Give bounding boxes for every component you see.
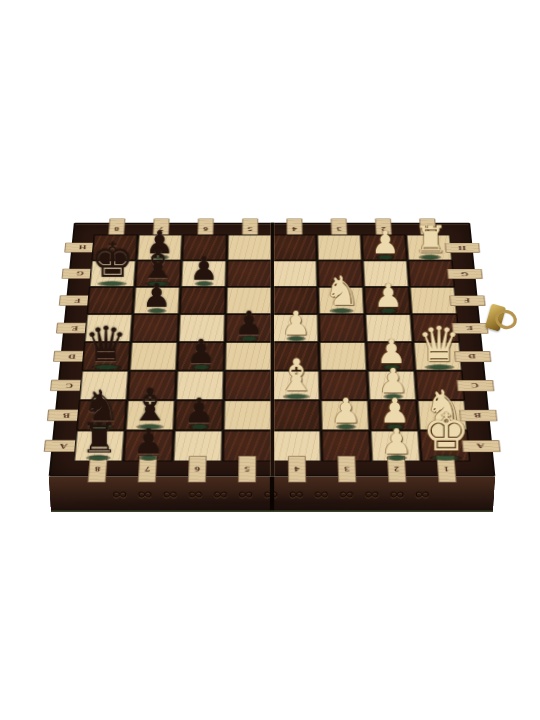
square-b4[interactable]: [272, 400, 321, 430]
square-e4[interactable]: ♟: [272, 314, 319, 342]
piece-white-bishop[interactable]: ♝: [276, 353, 316, 397]
bottom-rank-label-8: 8: [72, 462, 123, 477]
white-pawn-icon: ♟: [373, 279, 402, 312]
square-g6[interactable]: ♟: [180, 260, 226, 286]
left-file-label-A: A: [50, 430, 76, 461]
frame-corner: [471, 462, 496, 477]
left-file-label-G: G: [67, 260, 91, 286]
black-pawn-icon: ♟: [234, 307, 264, 340]
square-a7[interactable]: ♟: [123, 430, 174, 461]
piece-white-knight[interactable]: ♞: [323, 271, 359, 311]
product-photo-stage: 87654321H♟♟♜HG♚♝♟GF♟♞♟FE♟♟ED♛♟♟♛DC♝♟CB♞♝…: [0, 0, 540, 720]
square-a6[interactable]: [173, 430, 223, 461]
white-pawn-icon: ♟: [380, 424, 411, 459]
board-shadow: [70, 494, 470, 510]
bottom-rank-label-2: 2: [371, 462, 422, 477]
bottom-rank-label-7: 7: [122, 462, 173, 477]
piece-white-king[interactable]: ♚: [422, 406, 469, 459]
right-file-label-A: A: [468, 430, 494, 461]
piece-black-pawn[interactable]: ♟: [132, 424, 163, 459]
left-file-label-E: E: [62, 314, 86, 342]
right-file-label-D: D: [460, 342, 485, 371]
black-queen-icon: ♛: [84, 320, 128, 369]
square-f6[interactable]: [179, 287, 226, 314]
piece-white-pawn[interactable]: ♟: [281, 307, 311, 340]
square-c4[interactable]: ♝: [272, 371, 320, 400]
square-a5[interactable]: [222, 430, 272, 461]
board-scene: 87654321H♟♟♜HG♚♝♟GF♟♞♟FE♟♟ED♛♟♟♛DC♝♟CB♞♝…: [62, 132, 482, 552]
square-e7[interactable]: [131, 314, 179, 342]
top-rank-label-3: 3: [316, 223, 361, 235]
square-c5[interactable]: [224, 371, 272, 400]
piece-black-pawn[interactable]: ♟: [186, 335, 216, 368]
piece-black-pawn[interactable]: ♟: [142, 279, 171, 312]
piece-black-pawn[interactable]: ♟: [234, 307, 264, 340]
square-a4[interactable]: [272, 430, 322, 461]
frame-corner: [449, 223, 471, 235]
black-pawn-icon: ♟: [186, 335, 216, 368]
square-b5[interactable]: [223, 400, 272, 430]
square-b6[interactable]: ♟: [174, 400, 224, 430]
square-f7[interactable]: ♟: [133, 287, 181, 314]
white-pawn-icon: ♟: [330, 393, 361, 427]
square-a3[interactable]: [321, 430, 371, 461]
square-a2[interactable]: ♟: [370, 430, 421, 461]
square-e3[interactable]: [318, 314, 366, 342]
square-a8[interactable]: ♜: [73, 430, 125, 461]
piece-white-pawn[interactable]: ♟: [330, 393, 361, 427]
square-f3[interactable]: ♞: [318, 287, 365, 314]
white-king-icon: ♚: [422, 406, 469, 459]
piece-black-pawn[interactable]: ♟: [183, 393, 214, 427]
white-pawn-icon: ♟: [281, 307, 311, 340]
square-g4[interactable]: [272, 260, 318, 286]
clasp-latch-icon: [486, 301, 518, 337]
right-file-label-G: G: [453, 260, 477, 286]
square-g5[interactable]: [226, 260, 272, 286]
top-rank-label-4: 4: [272, 223, 317, 235]
square-d1[interactable]: ♛: [413, 342, 463, 371]
right-file-label-F: F: [455, 287, 479, 314]
top-rank-label-6: 6: [183, 223, 228, 235]
bottom-rank-label-3: 3: [322, 462, 372, 477]
piece-black-pawn[interactable]: ♟: [189, 253, 218, 285]
white-bishop-icon: ♝: [276, 353, 316, 397]
right-file-label-C: C: [463, 371, 488, 400]
white-knight-icon: ♞: [323, 271, 359, 311]
piece-white-pawn[interactable]: ♟: [380, 424, 411, 459]
frame-corner: [49, 462, 74, 477]
square-e5[interactable]: ♟: [225, 314, 272, 342]
square-d7[interactable]: [129, 342, 178, 371]
square-d8[interactable]: ♛: [81, 342, 131, 371]
bottom-rank-label-1: 1: [421, 462, 472, 477]
right-file-label-E: E: [458, 314, 482, 342]
black-pawn-icon: ♟: [183, 393, 214, 427]
piece-white-pawn[interactable]: ♟: [373, 279, 402, 312]
hinge-seam: [270, 223, 273, 477]
black-pawn-icon: ♟: [142, 279, 171, 312]
bottom-rank-label-5: 5: [222, 462, 272, 477]
square-a1[interactable]: ♚: [419, 430, 471, 461]
piece-white-queen[interactable]: ♛: [417, 320, 461, 369]
piece-black-rook[interactable]: ♜: [80, 418, 117, 459]
black-rook-icon: ♜: [80, 418, 117, 459]
right-file-label-H: H: [450, 235, 473, 261]
square-d3[interactable]: [319, 342, 367, 371]
white-queen-icon: ♛: [417, 320, 461, 369]
left-file-label-C: C: [56, 371, 81, 400]
square-d6[interactable]: ♟: [177, 342, 225, 371]
left-file-label-F: F: [65, 287, 89, 314]
top-rank-label-5: 5: [227, 223, 272, 235]
piece-black-queen[interactable]: ♛: [84, 320, 128, 369]
square-d5[interactable]: [224, 342, 272, 371]
square-b3[interactable]: ♟: [320, 400, 370, 430]
chess-board: 87654321H♟♟♜HG♚♝♟GF♟♞♟FE♟♟ED♛♟♟♛DC♝♟CB♞♝…: [49, 223, 496, 477]
left-file-label-B: B: [53, 400, 79, 430]
left-file-label-D: D: [59, 342, 84, 371]
black-pawn-icon: ♟: [132, 424, 163, 459]
black-pawn-icon: ♟: [189, 253, 218, 285]
bottom-rank-label-4: 4: [272, 462, 322, 477]
bottom-rank-label-6: 6: [172, 462, 222, 477]
square-f2[interactable]: ♟: [364, 287, 412, 314]
